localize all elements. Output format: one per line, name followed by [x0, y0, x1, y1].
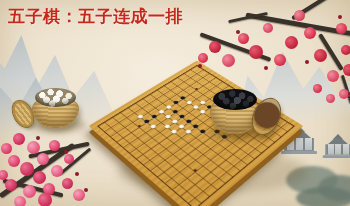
plum-blossom — [222, 54, 235, 67]
plum-blossom — [314, 49, 327, 62]
blossom-bud — [36, 136, 40, 140]
plum-blossom — [313, 84, 322, 93]
plum-blossom — [33, 171, 46, 184]
plum-blossom — [37, 153, 49, 165]
plum-blossom — [51, 165, 63, 177]
plum-blossom — [304, 27, 316, 39]
white-stones-heap — [35, 88, 76, 107]
plum-blossom — [14, 196, 26, 206]
plum-blossom — [1, 143, 12, 154]
plum-blossom — [343, 64, 350, 76]
blossom-bud — [198, 64, 202, 68]
plum-blossom — [5, 179, 17, 191]
blossom-bud — [236, 30, 240, 34]
plum-blossom — [327, 70, 339, 82]
plum-blossom — [20, 162, 34, 176]
plum-blossom — [326, 94, 335, 103]
blossom-bud — [64, 150, 68, 154]
plum-blossom — [336, 23, 347, 34]
gomoku-promo-image: ●●●●●●●●●●●●●●●●●●●●●●●●●●●●● 五子棋：五子连成一排 — [0, 0, 350, 206]
plum-blossom — [209, 41, 221, 53]
plum-blossom — [62, 178, 73, 189]
plum-blossom — [294, 10, 305, 21]
plum-blossom — [238, 33, 249, 44]
blossom-bud — [338, 15, 342, 19]
black-stones-heap — [213, 89, 257, 110]
plum-blossom — [23, 185, 36, 198]
plum-blossom — [249, 45, 263, 59]
plum-blossom — [38, 193, 52, 206]
page-title: 五子棋：五子连成一排 — [8, 5, 183, 28]
plum-blossom — [341, 45, 350, 55]
blossom-bud — [305, 60, 309, 64]
plum-blossom — [198, 53, 208, 63]
plum-blossom — [285, 36, 298, 49]
plum-blossom — [274, 54, 286, 66]
blossom-bud — [75, 172, 79, 176]
blossom-bud — [264, 66, 268, 70]
plum-blossom — [8, 155, 20, 167]
plum-blossom — [64, 154, 74, 164]
plum-blossom — [263, 23, 273, 33]
plum-blossom — [49, 140, 60, 151]
blossom-bud — [84, 188, 88, 192]
plum-blossom — [27, 141, 40, 154]
plum-blossom — [13, 133, 25, 145]
